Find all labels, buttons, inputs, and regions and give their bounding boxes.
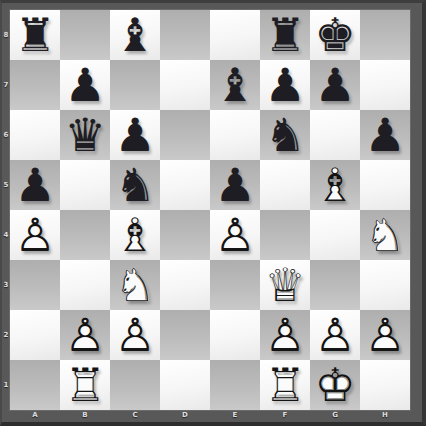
- white-king-outline-icon: ♔: [310, 360, 360, 410]
- file-label-d: D: [160, 409, 210, 421]
- white-pawn-outline-icon: ♙: [360, 310, 410, 360]
- black-rook-icon: ♜: [260, 10, 310, 60]
- piece-white-pawn[interactable]: ♟♙: [110, 310, 160, 360]
- rank-label-6: 6: [2, 129, 10, 141]
- piece-white-queen[interactable]: ♛♕: [260, 260, 310, 310]
- white-pawn-outline-icon: ♙: [60, 310, 110, 360]
- black-bishop-icon: ♝: [110, 10, 160, 60]
- black-bishop-icon: ♝: [210, 60, 260, 110]
- black-pawn-icon: ♟: [360, 110, 410, 160]
- white-rook-outline-icon: ♖: [60, 360, 110, 410]
- piece-black-pawn[interactable]: ♟: [260, 60, 310, 110]
- square-b3[interactable]: [60, 260, 110, 310]
- square-f2[interactable]: ♟♙: [260, 310, 310, 360]
- square-c2[interactable]: ♟♙: [110, 310, 160, 360]
- piece-black-pawn[interactable]: ♟: [360, 110, 410, 160]
- square-h5[interactable]: [360, 160, 410, 210]
- square-b1[interactable]: ♜♖: [60, 360, 110, 410]
- black-pawn-icon: ♟: [110, 110, 160, 160]
- file-label-a: A: [10, 409, 60, 421]
- black-pawn-icon: ♟: [310, 60, 360, 110]
- piece-white-bishop[interactable]: ♝♗: [110, 210, 160, 260]
- rank-label-3: 3: [2, 279, 10, 291]
- black-queen-icon: ♛: [60, 110, 110, 160]
- piece-black-queen[interactable]: ♛: [60, 110, 110, 160]
- square-b2[interactable]: ♟♙: [60, 310, 110, 360]
- square-h3[interactable]: [360, 260, 410, 310]
- white-pawn-outline-icon: ♙: [260, 310, 310, 360]
- square-f7[interactable]: ♟: [260, 60, 310, 110]
- square-a5[interactable]: ♟: [10, 160, 60, 210]
- piece-black-rook[interactable]: ♜: [10, 10, 60, 60]
- file-label-c: C: [110, 409, 160, 421]
- piece-black-pawn[interactable]: ♟: [60, 60, 110, 110]
- black-pawn-icon: ♟: [210, 160, 260, 210]
- white-queen-outline-icon: ♕: [260, 260, 310, 310]
- piece-black-king[interactable]: ♚: [310, 10, 360, 60]
- piece-white-pawn[interactable]: ♟♙: [360, 310, 410, 360]
- board-frame: ♜♝♜♚♟♝♟♟♛♟♞♟♟♞♟♝♗♟♙♝♗♟♙♞♘♞♘♛♕♟♙♟♙♟♙♟♙♟♙♜…: [0, 0, 426, 426]
- square-f6[interactable]: ♞: [260, 110, 310, 160]
- square-d6[interactable]: [160, 110, 210, 160]
- piece-black-pawn[interactable]: ♟: [110, 110, 160, 160]
- file-label-h: H: [360, 409, 410, 421]
- square-f3[interactable]: ♛♕: [260, 260, 310, 310]
- square-c5[interactable]: ♞: [110, 160, 160, 210]
- file-label-b: B: [60, 409, 110, 421]
- square-h1[interactable]: [360, 360, 410, 410]
- rank-label-8: 8: [2, 29, 10, 41]
- rank-label-7: 7: [2, 79, 10, 91]
- black-pawn-icon: ♟: [10, 160, 60, 210]
- black-knight-icon: ♞: [260, 110, 310, 160]
- square-e7[interactable]: ♝: [210, 60, 260, 110]
- square-g3[interactable]: [310, 260, 360, 310]
- white-bishop-outline-icon: ♗: [110, 210, 160, 260]
- piece-white-pawn[interactable]: ♟♙: [60, 310, 110, 360]
- square-c4[interactable]: ♝♗: [110, 210, 160, 260]
- square-h2[interactable]: ♟♙: [360, 310, 410, 360]
- square-d2[interactable]: [160, 310, 210, 360]
- rank-label-4: 4: [2, 229, 10, 241]
- square-b5[interactable]: [60, 160, 110, 210]
- piece-white-bishop[interactable]: ♝♗: [310, 160, 360, 210]
- black-rook-icon: ♜: [10, 10, 60, 60]
- black-king-icon: ♚: [310, 10, 360, 60]
- square-g5[interactable]: ♝♗: [310, 160, 360, 210]
- piece-black-pawn[interactable]: ♟: [310, 60, 360, 110]
- piece-white-rook[interactable]: ♜♖: [60, 360, 110, 410]
- square-e5[interactable]: ♟: [210, 160, 260, 210]
- piece-white-pawn[interactable]: ♟♙: [210, 210, 260, 260]
- file-label-f: F: [260, 409, 310, 421]
- piece-white-rook[interactable]: ♜♖: [260, 360, 310, 410]
- square-f4[interactable]: [260, 210, 310, 260]
- square-a6[interactable]: [10, 110, 60, 160]
- piece-white-pawn[interactable]: ♟♙: [260, 310, 310, 360]
- white-knight-outline-icon: ♘: [360, 210, 410, 260]
- square-d1[interactable]: [160, 360, 210, 410]
- white-rook-outline-icon: ♖: [260, 360, 310, 410]
- square-e6[interactable]: [210, 110, 260, 160]
- square-c6[interactable]: ♟: [110, 110, 160, 160]
- square-b8[interactable]: [60, 10, 110, 60]
- piece-black-rook[interactable]: ♜: [260, 10, 310, 60]
- chess-board: ♜♝♜♚♟♝♟♟♛♟♞♟♟♞♟♝♗♟♙♝♗♟♙♞♘♞♘♛♕♟♙♟♙♟♙♟♙♟♙♜…: [10, 10, 410, 410]
- black-knight-icon: ♞: [110, 160, 160, 210]
- piece-black-knight[interactable]: ♞: [110, 160, 160, 210]
- piece-white-knight[interactable]: ♞♘: [110, 260, 160, 310]
- square-a7[interactable]: [10, 60, 60, 110]
- square-f1[interactable]: ♜♖: [260, 360, 310, 410]
- square-g2[interactable]: ♟♙: [310, 310, 360, 360]
- square-a2[interactable]: [10, 310, 60, 360]
- square-d4[interactable]: [160, 210, 210, 260]
- square-e1[interactable]: [210, 360, 260, 410]
- square-e3[interactable]: [210, 260, 260, 310]
- square-g4[interactable]: [310, 210, 360, 260]
- square-g7[interactable]: ♟: [310, 60, 360, 110]
- square-d5[interactable]: [160, 160, 210, 210]
- piece-white-pawn[interactable]: ♟♙: [310, 310, 360, 360]
- square-h7[interactable]: [360, 60, 410, 110]
- white-pawn-outline-icon: ♙: [210, 210, 260, 260]
- square-d8[interactable]: [160, 10, 210, 60]
- square-c3[interactable]: ♞♘: [110, 260, 160, 310]
- white-pawn-outline-icon: ♙: [110, 310, 160, 360]
- rank-label-5: 5: [2, 179, 10, 191]
- square-b6[interactable]: ♛: [60, 110, 110, 160]
- white-bishop-outline-icon: ♗: [310, 160, 360, 210]
- square-b7[interactable]: ♟: [60, 60, 110, 110]
- square-g6[interactable]: [310, 110, 360, 160]
- square-h8[interactable]: [360, 10, 410, 60]
- square-e2[interactable]: [210, 310, 260, 360]
- piece-white-king[interactable]: ♚♔: [310, 360, 360, 410]
- square-h4[interactable]: ♞♘: [360, 210, 410, 260]
- white-pawn-outline-icon: ♙: [310, 310, 360, 360]
- piece-black-pawn[interactable]: ♟: [10, 160, 60, 210]
- square-h6[interactable]: ♟: [360, 110, 410, 160]
- file-label-e: E: [210, 409, 260, 421]
- black-pawn-icon: ♟: [260, 60, 310, 110]
- white-pawn-outline-icon: ♙: [10, 210, 60, 260]
- piece-black-pawn[interactable]: ♟: [210, 160, 260, 210]
- piece-black-bishop[interactable]: ♝: [210, 60, 260, 110]
- square-g8[interactable]: ♚: [310, 10, 360, 60]
- square-c7[interactable]: [110, 60, 160, 110]
- black-pawn-icon: ♟: [60, 60, 110, 110]
- square-c1[interactable]: [110, 360, 160, 410]
- file-label-g: G: [310, 409, 360, 421]
- square-a8[interactable]: ♜: [10, 10, 60, 60]
- square-c8[interactable]: ♝: [110, 10, 160, 60]
- square-d3[interactable]: [160, 260, 210, 310]
- square-a4[interactable]: ♟♙: [10, 210, 60, 260]
- square-f5[interactable]: [260, 160, 310, 210]
- piece-white-knight[interactable]: ♞♘: [360, 210, 410, 260]
- piece-black-knight[interactable]: ♞: [260, 110, 310, 160]
- square-g1[interactable]: ♚♔: [310, 360, 360, 410]
- piece-white-pawn[interactable]: ♟♙: [10, 210, 60, 260]
- square-f8[interactable]: ♜: [260, 10, 310, 60]
- square-b4[interactable]: [60, 210, 110, 260]
- square-e4[interactable]: ♟♙: [210, 210, 260, 260]
- white-knight-outline-icon: ♘: [110, 260, 160, 310]
- square-a3[interactable]: [10, 260, 60, 310]
- rank-label-1: 1: [2, 379, 10, 391]
- rank-label-2: 2: [2, 329, 10, 341]
- piece-black-bishop[interactable]: ♝: [110, 10, 160, 60]
- square-d7[interactable]: [160, 60, 210, 110]
- square-e8[interactable]: [210, 10, 260, 60]
- square-a1[interactable]: [10, 360, 60, 410]
